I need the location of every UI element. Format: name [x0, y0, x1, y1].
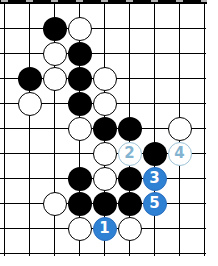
- white-stone: [43, 192, 67, 216]
- white-stone: [118, 217, 142, 241]
- black-stone: [43, 17, 67, 41]
- black-stone: [143, 142, 167, 166]
- white-stone: [93, 142, 117, 166]
- black-stone: [68, 167, 92, 191]
- stones-layer: 24351: [0, 0, 217, 266]
- white-stone: [93, 167, 117, 191]
- go-board-diagram: 24351: [0, 0, 218, 266]
- move-stone-3: 3: [143, 167, 167, 191]
- white-stone: [93, 92, 117, 116]
- white-stone: [43, 42, 67, 66]
- white-stone: [68, 117, 92, 141]
- white-stone: [93, 67, 117, 91]
- move-stone-5: 5: [143, 192, 167, 216]
- move-stone-2: 2: [118, 142, 142, 166]
- black-stone: [18, 67, 42, 91]
- move-stone-1: 1: [93, 217, 117, 241]
- move-stone-4: 4: [168, 142, 192, 166]
- black-stone: [68, 67, 92, 91]
- black-stone: [93, 117, 117, 141]
- black-stone: [68, 192, 92, 216]
- white-stone: [68, 217, 92, 241]
- white-stone: [168, 117, 192, 141]
- black-stone: [118, 192, 142, 216]
- white-stone: [43, 67, 67, 91]
- black-stone: [118, 167, 142, 191]
- black-stone: [68, 92, 92, 116]
- black-stone: [68, 42, 92, 66]
- black-stone: [93, 192, 117, 216]
- black-stone: [118, 117, 142, 141]
- white-stone: [18, 92, 42, 116]
- white-stone: [68, 17, 92, 41]
